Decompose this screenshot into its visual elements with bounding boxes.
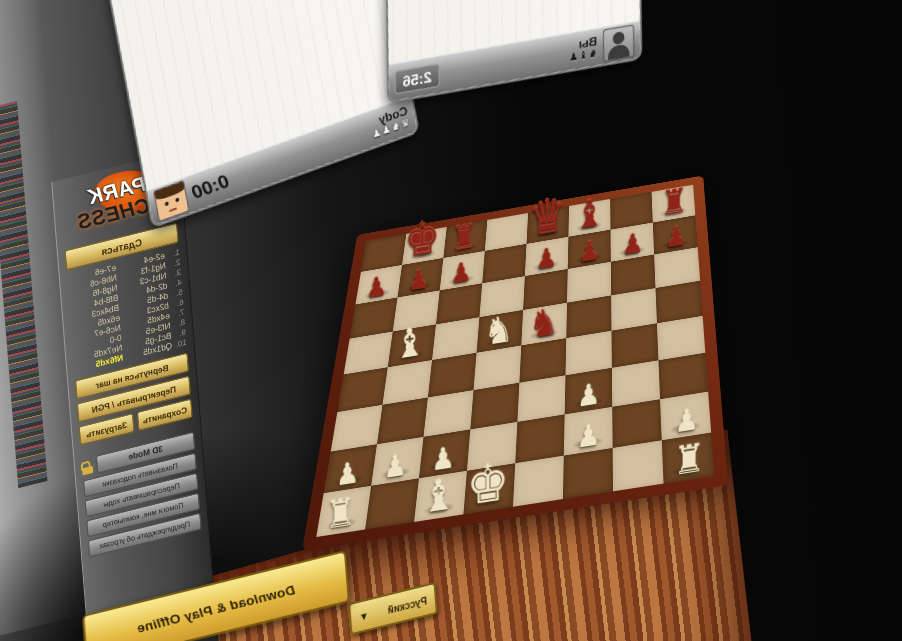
piece-cell-a1: ♜ [662,433,715,484]
piece-white-knight-e5[interactable]: ♞ [476,308,521,352]
piece-white-rook-h1[interactable]: ♜ [316,491,366,537]
mirror-wrapper: ♜♝♛♜♚♟♟♟♟♟♟♟♞♞♝♟♟♟♟♟♟♜♚♝♜ SPARK CHESS Сд… [0,0,902,641]
piece-white-king-e1[interactable]: ♚ [463,453,513,513]
piece-cell-f1: ♝ [414,471,467,522]
chevron-down-icon: ▼ [359,609,369,622]
board-grid: ♜♝♛♜♚♟♟♟♟♟♟♟♞♞♝♟♟♟♟♟♟♜♚♝♜ [316,185,714,537]
avatar-eye [164,201,169,206]
piece-black-rook-f8[interactable]: ♜ [443,218,485,258]
piece-cell-e5: ♞ [477,310,524,353]
tilted-world: ♜♝♛♜♚♟♟♟♟♟♟♟♞♞♝♟♟♟♟♟♟♜♚♝♜ SPARK CHESS Сд… [0,0,902,641]
square-c5[interactable] [566,295,611,338]
language-label: Русский [374,595,427,619]
square-d3[interactable] [517,375,565,422]
piece-cell-e1: ♚ [463,463,515,514]
piece-white-bishop-g5[interactable]: ♝ [387,320,432,367]
square-a5[interactable] [655,281,702,324]
piece-black-bishop-c8[interactable]: ♝ [568,192,610,237]
avatar-eye [175,197,180,202]
sparkchess-screen: ♜♝♛♜♚♟♟♟♟♟♟♟♞♞♝♟♟♟♟♟♟♜♚♝♜ SPARK CHESS Сд… [0,0,902,641]
piece-cell-c2: ♟ [564,407,613,456]
square-g1[interactable] [365,478,419,529]
piece-white-rook-a1[interactable]: ♜ [663,436,714,483]
lock-icon [82,459,94,475]
square-d1[interactable] [513,456,564,507]
piece-white-bishop-f1[interactable]: ♝ [413,470,463,521]
square-c1[interactable] [563,448,613,499]
black-name-block: Cody ♛♞♟♟ [368,105,410,141]
square-b1[interactable] [613,440,664,491]
avatar-white-player [603,24,635,62]
square-b3[interactable] [612,360,660,407]
piece-cell-d5: ♞ [521,303,567,346]
square-a3[interactable] [658,353,708,399]
move-number: 10. [172,337,187,350]
square-d2[interactable] [515,414,564,463]
piece-black-queen-d8[interactable]: ♛ [526,189,568,243]
square-f4[interactable] [428,353,477,398]
piece-black-knight-d5[interactable]: ♞ [521,300,566,344]
square-b4[interactable] [611,323,658,368]
black-clock: 0:00 [190,170,230,204]
square-a4[interactable] [657,316,705,360]
white-captured-tray: ♞♝♟ [568,48,597,64]
square-d4[interactable] [519,338,566,383]
piece-white-pawn-c3[interactable]: ♟ [565,377,613,414]
piece-cell-h2: ♟ [324,444,377,493]
avatar-mouth [169,207,177,212]
white-clock: 2:56 [395,63,440,94]
piece-black-king-g8[interactable]: ♚ [401,213,443,265]
piece-cell-g5: ♝ [388,324,436,367]
spacer [445,53,562,73]
piece-cell-h1: ♜ [316,486,371,537]
avatar-black-player [153,180,189,222]
square-b5[interactable] [611,288,657,331]
white-name-block: Вы ♞♝♟ [568,35,597,63]
